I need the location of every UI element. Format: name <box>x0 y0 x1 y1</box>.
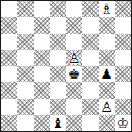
square-h2[interactable] <box>115 99 131 115</box>
square-e1[interactable] <box>66 115 82 131</box>
square-d5[interactable] <box>50 50 66 66</box>
square-a3[interactable] <box>1 82 17 98</box>
square-b4[interactable] <box>17 66 33 82</box>
square-c8[interactable] <box>34 1 50 17</box>
square-h1[interactable]: ♔ <box>115 115 131 131</box>
square-f8[interactable] <box>82 1 98 17</box>
square-e3[interactable] <box>66 82 82 98</box>
square-a4[interactable] <box>1 66 17 82</box>
square-e5[interactable]: ♙ <box>66 50 82 66</box>
square-a2[interactable] <box>1 99 17 115</box>
piece-black-king: ♚ <box>68 66 81 82</box>
square-d1[interactable]: ♝ <box>50 115 66 131</box>
square-d3[interactable] <box>50 82 66 98</box>
square-g7[interactable] <box>99 17 115 33</box>
square-a5[interactable] <box>1 50 17 66</box>
chess-board: ♗♙♚♟♙♝♔ <box>0 0 132 132</box>
square-a1[interactable] <box>1 115 17 131</box>
square-b7[interactable] <box>17 17 33 33</box>
square-d6[interactable] <box>50 34 66 50</box>
square-d7[interactable] <box>50 17 66 33</box>
square-h6[interactable] <box>115 34 131 50</box>
square-h3[interactable] <box>115 82 131 98</box>
square-f3[interactable] <box>82 82 98 98</box>
piece-white-king: ♔ <box>117 115 130 131</box>
square-f7[interactable] <box>82 17 98 33</box>
square-e7[interactable] <box>66 17 82 33</box>
square-d8[interactable] <box>50 1 66 17</box>
square-g3[interactable] <box>99 82 115 98</box>
square-a8[interactable] <box>1 1 17 17</box>
square-b1[interactable] <box>17 115 33 131</box>
square-h7[interactable] <box>115 17 131 33</box>
square-c3[interactable] <box>34 82 50 98</box>
square-e8[interactable] <box>66 1 82 17</box>
square-g2[interactable]: ♙ <box>99 99 115 115</box>
square-g1[interactable] <box>99 115 115 131</box>
square-h8[interactable] <box>115 1 131 17</box>
square-e6[interactable] <box>66 34 82 50</box>
square-g6[interactable] <box>99 34 115 50</box>
square-c5[interactable] <box>34 50 50 66</box>
square-g5[interactable] <box>99 50 115 66</box>
square-g8[interactable]: ♗ <box>99 1 115 17</box>
piece-white-bishop: ♗ <box>100 1 113 17</box>
square-c7[interactable] <box>34 17 50 33</box>
square-b8[interactable] <box>17 1 33 17</box>
piece-white-pawn: ♙ <box>100 99 113 115</box>
square-b3[interactable] <box>17 82 33 98</box>
square-b6[interactable] <box>17 34 33 50</box>
square-c6[interactable] <box>34 34 50 50</box>
piece-black-bishop: ♝ <box>52 115 65 131</box>
square-a6[interactable] <box>1 34 17 50</box>
square-e4[interactable]: ♚ <box>66 66 82 82</box>
square-f4[interactable] <box>82 66 98 82</box>
square-f2[interactable] <box>82 99 98 115</box>
square-c2[interactable] <box>34 99 50 115</box>
square-f1[interactable] <box>82 115 98 131</box>
chess-diagram: ♗♙♚♟♙♝♔ <box>0 0 132 132</box>
square-b5[interactable] <box>17 50 33 66</box>
square-f5[interactable] <box>82 50 98 66</box>
square-c4[interactable] <box>34 66 50 82</box>
square-e2[interactable] <box>66 99 82 115</box>
square-a7[interactable] <box>1 17 17 33</box>
piece-black-pawn: ♟ <box>100 66 113 82</box>
square-h5[interactable] <box>115 50 131 66</box>
piece-white-pawn: ♙ <box>68 50 81 66</box>
square-d4[interactable] <box>50 66 66 82</box>
square-c1[interactable] <box>34 115 50 131</box>
square-g4[interactable]: ♟ <box>99 66 115 82</box>
square-b2[interactable] <box>17 99 33 115</box>
square-f6[interactable] <box>82 34 98 50</box>
square-d2[interactable] <box>50 99 66 115</box>
square-h4[interactable] <box>115 66 131 82</box>
